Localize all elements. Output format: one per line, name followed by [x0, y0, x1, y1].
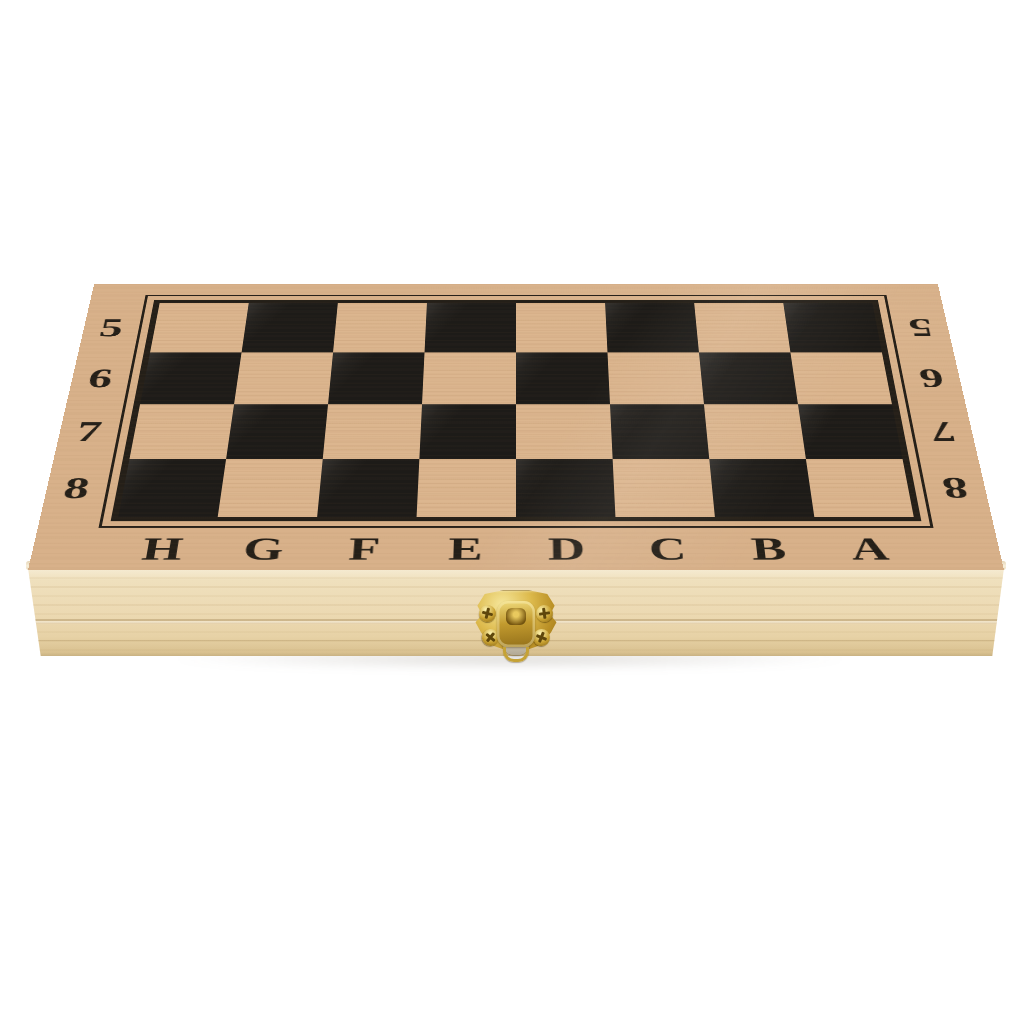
square-g8: [218, 459, 323, 517]
square-f7: [323, 404, 422, 459]
square-e7: [419, 404, 516, 459]
board-inner-border-line: [111, 300, 922, 521]
square-f6: [328, 352, 424, 404]
latch-loop: [497, 601, 535, 647]
square-d5: [516, 303, 607, 352]
latch-loop-hole: [506, 608, 526, 625]
square-d7: [516, 404, 613, 459]
square-g6: [234, 352, 333, 404]
square-d8: [516, 459, 615, 517]
product-photo: 5678 5678 HGFEDCBA: [0, 0, 1024, 1024]
square-e6: [422, 352, 516, 404]
square-h5: [150, 303, 249, 352]
square-b7: [704, 404, 806, 459]
rank-label-8-right: 8: [920, 459, 992, 517]
file-label-g: G: [210, 527, 316, 570]
square-d6: [516, 352, 610, 404]
square-c6: [607, 352, 703, 404]
square-f8: [317, 459, 419, 517]
square-c8: [613, 459, 715, 517]
square-h6: [140, 352, 242, 404]
clasp-latch: [470, 589, 562, 665]
square-c7: [610, 404, 709, 459]
square-g7: [226, 404, 328, 459]
squares-grid: [118, 303, 914, 517]
rank-label-8-left: 8: [40, 459, 112, 517]
rank-label-5-left: 5: [78, 303, 144, 352]
file-label-d: D: [516, 527, 618, 570]
rank-label-7-right: 7: [909, 404, 979, 459]
square-e5: [425, 303, 516, 352]
square-h7: [129, 404, 234, 459]
file-label-b: B: [716, 527, 822, 570]
file-label-e: E: [414, 527, 516, 570]
square-b8: [709, 459, 814, 517]
square-g5: [242, 303, 338, 352]
square-a7: [798, 404, 903, 459]
rank-label-7-left: 7: [54, 404, 124, 459]
rank-label-6-right: 6: [898, 352, 966, 404]
square-e8: [417, 459, 516, 517]
square-a8: [806, 459, 914, 517]
file-label-h: H: [108, 527, 216, 570]
square-b6: [699, 352, 798, 404]
rank-label-6-left: 6: [66, 352, 134, 404]
square-a5: [783, 303, 882, 352]
board-outer-border-line: [99, 295, 934, 528]
rank-label-5-right: 5: [888, 303, 954, 352]
latch-hook-curl: [503, 647, 529, 662]
file-label-f: F: [312, 527, 416, 570]
square-a6: [790, 352, 892, 404]
square-b5: [694, 303, 790, 352]
file-labels-bottom: HGFEDCBA: [108, 524, 923, 567]
chessboard-top-face: 5678 5678 HGFEDCBA: [28, 284, 1004, 570]
square-c5: [605, 303, 699, 352]
file-label-a: A: [816, 527, 924, 570]
square-h8: [118, 459, 226, 517]
square-f5: [333, 303, 427, 352]
file-label-c: C: [616, 527, 720, 570]
